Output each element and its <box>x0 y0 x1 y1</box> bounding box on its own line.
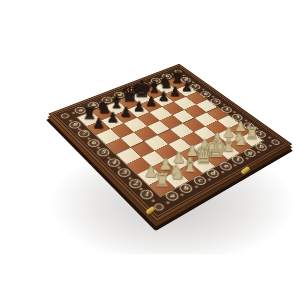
rank-label-7-left: 7 <box>76 129 92 139</box>
black-pawn-icon: ♟ <box>93 116 106 130</box>
border-ornament-dot <box>96 146 100 149</box>
border-ornament-dot <box>267 136 271 139</box>
border-ornament-dot <box>244 157 248 160</box>
border-ornament-dot <box>71 112 75 115</box>
border-ornament-dot <box>267 144 271 147</box>
chessboard: aa88bb77cc66dd55ee44ff33gg22hh11 ♜♞♝♛♚♝♞… <box>74 33 267 226</box>
border-ornament-dot <box>77 128 81 131</box>
black-pawn-icon: ♟ <box>146 95 158 108</box>
border-ornament-dot <box>165 201 170 205</box>
corner-rosette <box>59 112 70 119</box>
border-ornament-dot <box>179 193 184 196</box>
rank-label-6-left: 6 <box>85 138 101 149</box>
border-ornament-dot <box>256 150 260 153</box>
corner-rosette <box>270 139 281 146</box>
border-ornament-dot <box>127 177 132 180</box>
rank-label-2-left: 2 <box>126 178 143 190</box>
rank-label-8-left: 8 <box>67 120 83 130</box>
border-ornament-dot <box>138 188 143 191</box>
black-pawn-icon: ♟ <box>120 105 132 119</box>
rank-label-1-left: 1 <box>137 188 155 201</box>
black-pawn-icon: ♟ <box>170 85 182 98</box>
border-ornament-dot <box>220 170 225 173</box>
product-photo: aa88bb77cc66dd55ee44ff33gg22hh11 ♜♞♝♛♚♝♞… <box>0 0 300 300</box>
border-ornament-dot <box>68 119 72 122</box>
rank-label-3-left: 3 <box>115 167 132 179</box>
border-ornament-dot <box>193 185 198 188</box>
border-ornament-dot <box>86 137 90 140</box>
white-rook-icon: ♜ <box>155 172 171 190</box>
border-ornament-dot <box>150 199 155 203</box>
border-ornament-dot <box>116 166 121 169</box>
border-ornament-dot <box>207 178 212 181</box>
black-pawn-icon: ♟ <box>158 90 170 103</box>
border-ornament-dot <box>232 163 236 166</box>
